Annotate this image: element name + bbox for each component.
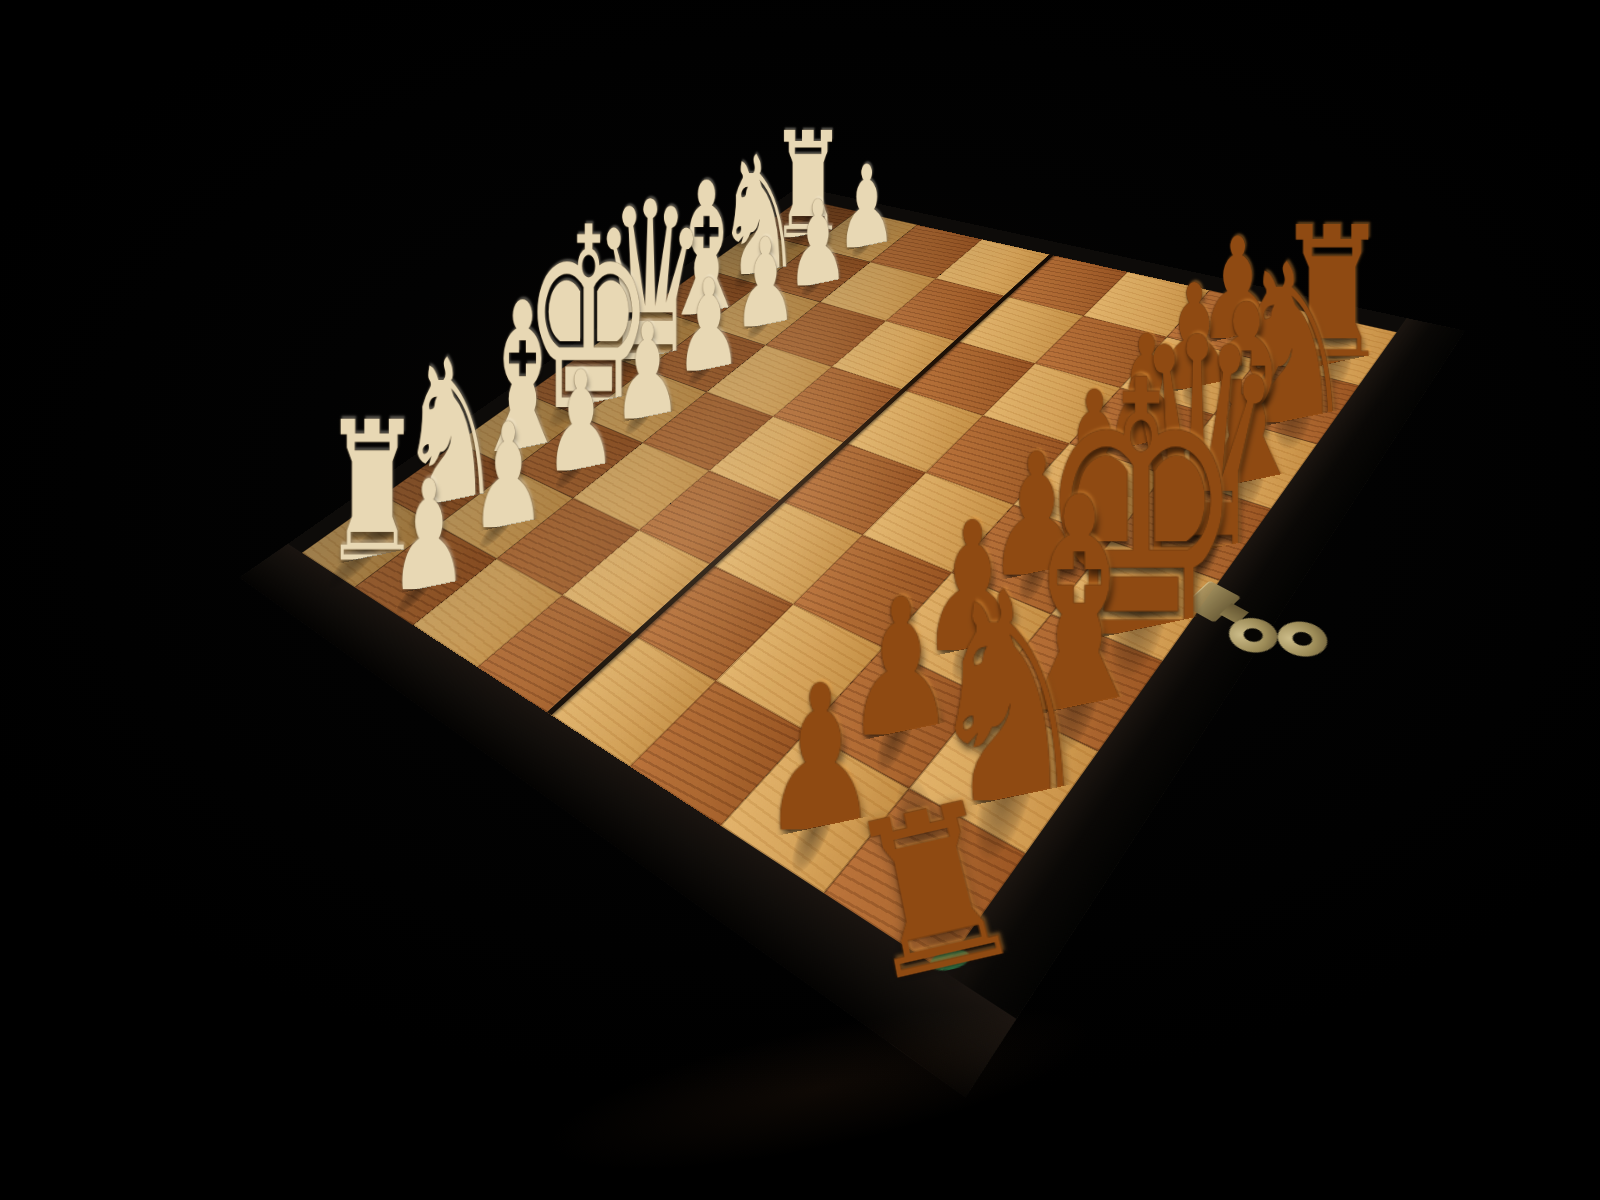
board-grid: ♜♞♝♚♛♝♞♜♟♟♟♟♟♟♟♟♟♟♟♟♟♟♟♟♜♞♝♚♛♝♞♜ xyxy=(302,199,1397,971)
clasp-lobe xyxy=(1268,615,1337,664)
square-h8[interactable]: ♜ xyxy=(824,789,1026,971)
clasp-hole xyxy=(1289,629,1316,648)
chess-board: ♜♞♝♚♛♝♞♜♟♟♟♟♟♟♟♟♟♟♟♟♟♟♟♟♜♞♝♚♛♝♞♜ xyxy=(240,187,1466,1098)
scene: ♜♞♝♚♛♝♞♜♟♟♟♟♟♟♟♟♟♟♟♟♟♟♟♟♜♞♝♚♛♝♞♜ xyxy=(0,0,1600,1200)
